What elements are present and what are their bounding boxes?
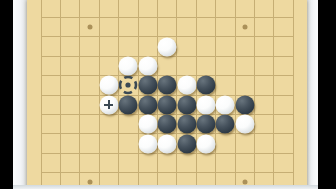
grid-vline — [41, 0, 42, 186]
white-stone — [158, 37, 177, 56]
black-stone — [138, 76, 157, 95]
white-stone — [138, 134, 157, 153]
video-frame: { "game": { "name": "Gomoku (Five in a R… — [0, 0, 336, 189]
grid-vline — [99, 0, 100, 186]
black-stone — [119, 95, 138, 114]
last-move-cross-icon — [104, 100, 113, 109]
grid-hline — [41, 17, 294, 18]
move-target-reticle[interactable] — [117, 74, 139, 96]
black-stone — [235, 95, 254, 114]
grid-vline — [176, 0, 177, 186]
grid-vline — [157, 0, 158, 186]
white-stone — [196, 95, 215, 114]
black-stone — [196, 76, 215, 95]
grid-vline — [273, 0, 274, 186]
white-stone — [99, 95, 118, 114]
letterbox-right — [318, 0, 336, 189]
white-stone — [119, 57, 138, 76]
white-stone — [138, 115, 157, 134]
white-stone — [177, 76, 196, 95]
window-frame-right — [307, 0, 318, 189]
window-frame-left — [13, 0, 27, 189]
gomoku-board[interactable] — [27, 0, 307, 189]
grid-vline — [254, 0, 255, 186]
black-stone — [177, 115, 196, 134]
grid-vline — [60, 0, 61, 186]
star-point — [87, 25, 92, 30]
grid-vline — [79, 0, 80, 186]
white-stone — [138, 57, 157, 76]
white-stone — [158, 134, 177, 153]
grid-hline — [41, 172, 294, 173]
window-frame-bottom — [13, 185, 318, 189]
white-stone — [196, 134, 215, 153]
black-stone — [158, 115, 177, 134]
black-stone — [177, 134, 196, 153]
star-point — [242, 25, 247, 30]
black-stone — [158, 95, 177, 114]
letterbox-left — [0, 0, 13, 189]
grid-vline — [215, 0, 216, 186]
white-stone — [235, 115, 254, 134]
grid-vline — [196, 0, 197, 186]
white-stone — [216, 95, 235, 114]
black-stone — [158, 76, 177, 95]
black-stone — [216, 115, 235, 134]
black-stone — [196, 115, 215, 134]
black-stone — [177, 95, 196, 114]
grid-vline — [235, 0, 236, 186]
grid-vline — [293, 0, 294, 186]
black-stone — [138, 95, 157, 114]
white-stone — [99, 76, 118, 95]
